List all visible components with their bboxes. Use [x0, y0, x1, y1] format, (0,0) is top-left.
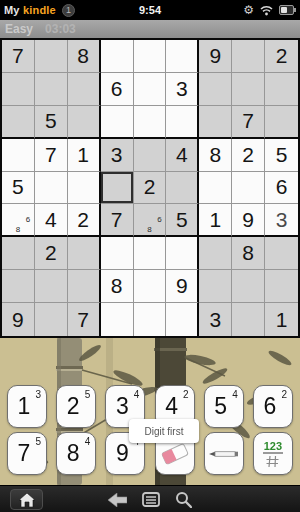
cell-r6c2[interactable]: 4 — [35, 204, 68, 237]
cell-r4c6[interactable]: 4 — [166, 139, 199, 172]
pencil-marks: 68 — [3, 205, 33, 234]
cell-r8c7[interactable] — [199, 270, 232, 303]
sudoku-app-screen: My kindle 1 9:54 ⚙ Easy 03:03 7892635771… — [0, 0, 300, 512]
cell-digit: 2 — [77, 208, 89, 232]
cell-r4c9[interactable]: 5 — [265, 139, 298, 172]
cell-r9c2[interactable] — [35, 303, 68, 336]
game-info-bar: Easy 03:03 — [0, 20, 300, 38]
cell-digit: 3 — [176, 77, 188, 101]
key-digit: 3 — [116, 393, 129, 420]
cell-r1c6[interactable] — [166, 40, 199, 73]
cell-r5c9[interactable]: 6 — [265, 172, 298, 205]
cell-r4c1[interactable] — [2, 139, 35, 172]
cell-digit: 4 — [45, 208, 57, 232]
cell-digit: 5 — [176, 208, 188, 232]
cell-r2c4[interactable]: 6 — [101, 73, 134, 106]
key-digit: 5 — [214, 393, 227, 420]
cell-r9c6[interactable] — [166, 303, 199, 336]
cell-r6c8[interactable]: 9 — [232, 204, 265, 237]
cell-r9c5[interactable] — [134, 303, 167, 336]
pencil-mode-button[interactable] — [204, 432, 244, 475]
wifi-icon — [260, 5, 273, 16]
cell-r1c2[interactable] — [35, 40, 68, 73]
cell-digit: 9 — [12, 308, 24, 332]
cell-digit: 3 — [111, 143, 123, 167]
sudoku-board: 7892635771348255266842768519328899731 — [0, 38, 300, 338]
cell-r8c5[interactable] — [134, 270, 167, 303]
difficulty-label: Easy — [5, 22, 33, 36]
digit-key-1[interactable]: 13 — [7, 385, 47, 428]
cell-r5c1[interactable]: 5 — [2, 172, 35, 205]
digit-count-badge: 5 — [85, 389, 91, 400]
cell-r2c9[interactable] — [265, 73, 298, 106]
key-digit: 9 — [116, 440, 129, 467]
cell-digit: 2 — [144, 175, 156, 199]
cell-r1c5[interactable] — [134, 40, 167, 73]
search-button[interactable] — [175, 491, 192, 508]
key-digit: 4 — [165, 393, 178, 420]
cell-digit: 8 — [111, 274, 123, 298]
cell-r5c6[interactable] — [166, 172, 199, 205]
device-name: My kindle — [4, 4, 56, 16]
cell-r3c5[interactable] — [134, 106, 167, 139]
status-bar: My kindle 1 9:54 ⚙ — [0, 0, 300, 20]
cell-r8c6[interactable]: 9 — [166, 270, 199, 303]
cell-digit: 1 — [77, 143, 89, 167]
cell-r7c1[interactable] — [2, 237, 35, 270]
digit-count-badge: 4 — [85, 436, 91, 447]
cell-r6c9[interactable]: 3 — [265, 204, 298, 237]
cell-digit: 7 — [242, 109, 254, 133]
cell-r2c2[interactable] — [35, 73, 68, 106]
cell-digit: 7 — [111, 208, 123, 232]
key-digit: 6 — [264, 393, 277, 420]
cell-r7c8[interactable]: 8 — [232, 237, 265, 270]
cell-r8c1[interactable] — [2, 270, 35, 303]
cell-r2c1[interactable] — [2, 73, 35, 106]
cell-digit: 4 — [176, 143, 188, 167]
key-digit: 8 — [67, 440, 80, 467]
pencil-marks: 68 — [135, 205, 165, 234]
digit-mode-label: 123 — [263, 440, 283, 454]
keypad-area: 132534425462 758494 123 — [0, 338, 300, 485]
digit-count-badge: 4 — [134, 389, 140, 400]
grid-mode-icon — [266, 456, 279, 467]
cell-r4c8[interactable]: 2 — [232, 139, 265, 172]
cell-r3c2[interactable]: 5 — [35, 106, 68, 139]
cell-r1c4[interactable] — [101, 40, 134, 73]
home-icon — [19, 493, 35, 507]
cell-r9c7[interactable]: 3 — [199, 303, 232, 336]
cell-digit: 5 — [12, 175, 24, 199]
cell-r4c5[interactable] — [134, 139, 167, 172]
back-button[interactable] — [108, 493, 127, 507]
digit-count-badge: 5 — [35, 436, 41, 447]
cell-r5c3[interactable] — [68, 172, 101, 205]
cell-r7c3[interactable] — [68, 237, 101, 270]
cell-r7c6[interactable] — [166, 237, 199, 270]
cell-r5c2[interactable] — [35, 172, 68, 205]
eraser-icon — [160, 441, 190, 467]
cell-r4c2[interactable]: 7 — [35, 139, 68, 172]
cell-r2c5[interactable] — [134, 73, 167, 106]
battery-icon — [279, 5, 296, 15]
cell-digit: 5 — [45, 109, 57, 133]
cell-r5c8[interactable] — [232, 172, 265, 205]
cell-r7c7[interactable] — [199, 237, 232, 270]
cell-r2c3[interactable] — [68, 73, 101, 106]
cell-digit: 8 — [209, 143, 221, 167]
cell-r8c3[interactable] — [68, 270, 101, 303]
digit-first-tooltip: Digit first — [129, 419, 199, 443]
cell-r2c7[interactable] — [199, 73, 232, 106]
cell-digit: 1 — [209, 208, 221, 232]
cell-r3c3[interactable] — [68, 106, 101, 139]
notification-badge[interactable]: 1 — [62, 4, 75, 17]
cell-r6c7[interactable]: 1 — [199, 204, 232, 237]
cell-r7c2[interactable]: 2 — [35, 237, 68, 270]
cell-r4c7[interactable]: 8 — [199, 139, 232, 172]
cell-r3c1[interactable] — [2, 106, 35, 139]
digit-count-badge: 3 — [35, 389, 41, 400]
digit-key-2[interactable]: 25 — [56, 385, 96, 428]
cell-r9c4[interactable] — [101, 303, 134, 336]
cell-digit: 9 — [176, 274, 188, 298]
cell-r8c4[interactable]: 8 — [101, 270, 134, 303]
cell-r4c3[interactable]: 1 — [68, 139, 101, 172]
cell-r5c7[interactable] — [199, 172, 232, 205]
digit-count-badge: 2 — [281, 389, 287, 400]
cell-r5c4[interactable] — [101, 172, 134, 205]
cell-r6c5[interactable]: 68 — [134, 204, 167, 237]
cell-r1c8[interactable] — [232, 40, 265, 73]
pencil-icon — [208, 449, 240, 459]
digit-count-badge: 2 — [183, 389, 189, 400]
cell-digit: 9 — [209, 44, 221, 68]
cell-digit: 1 — [276, 308, 288, 332]
cell-r1c1[interactable]: 7 — [2, 40, 35, 73]
cell-digit: 7 — [77, 308, 89, 332]
key-digit: 2 — [67, 393, 80, 420]
cell-r8c8[interactable] — [232, 270, 265, 303]
cell-digit: 3 — [276, 208, 288, 232]
cell-r3c4[interactable] — [101, 106, 134, 139]
cell-r4c4[interactable]: 3 — [101, 139, 134, 172]
cell-r6c6[interactable]: 5 — [166, 204, 199, 237]
cell-r9c3[interactable]: 7 — [68, 303, 101, 336]
cell-r6c4[interactable]: 7 — [101, 204, 134, 237]
cell-r9c8[interactable] — [232, 303, 265, 336]
cell-digit: 5 — [276, 143, 288, 167]
cell-r3c8[interactable]: 7 — [232, 106, 265, 139]
nav-bar — [0, 485, 300, 512]
clock: 9:54 — [139, 4, 161, 16]
home-button[interactable] — [10, 489, 43, 510]
cell-digit: 8 — [77, 44, 89, 68]
cell-digit: 7 — [45, 143, 57, 167]
digit-key-8[interactable]: 84 — [56, 432, 96, 475]
timer: 03:03 — [45, 22, 76, 36]
cell-r2c8[interactable] — [232, 73, 265, 106]
cell-r3c6[interactable] — [166, 106, 199, 139]
key-digit: 7 — [18, 440, 31, 467]
cell-digit: 6 — [276, 175, 288, 199]
cell-digit: 9 — [242, 208, 254, 232]
cell-r1c7[interactable]: 9 — [199, 40, 232, 73]
digit-key-5[interactable]: 54 — [204, 385, 244, 428]
digit-count-badge: 4 — [232, 389, 238, 400]
cell-r7c5[interactable] — [134, 237, 167, 270]
cell-digit: 7 — [12, 44, 24, 68]
digit-key-6[interactable]: 62 — [253, 385, 293, 428]
cell-r5c5[interactable]: 2 — [134, 172, 167, 205]
cell-r1c3[interactable]: 8 — [68, 40, 101, 73]
cell-r6c1[interactable]: 68 — [2, 204, 35, 237]
cell-r9c9[interactable]: 1 — [265, 303, 298, 336]
cell-r9c1[interactable]: 9 — [2, 303, 35, 336]
cell-r2c6[interactable]: 3 — [166, 73, 199, 106]
cell-r6c3[interactable]: 2 — [68, 204, 101, 237]
cell-r8c2[interactable] — [35, 270, 68, 303]
input-mode-toggle-button[interactable]: 123 — [253, 432, 293, 475]
menu-button[interactable] — [142, 492, 160, 507]
cell-r7c9[interactable] — [265, 237, 298, 270]
digit-key-7[interactable]: 75 — [7, 432, 47, 475]
key-digit: 1 — [18, 393, 31, 420]
cell-r3c9[interactable] — [265, 106, 298, 139]
cell-digit: 6 — [111, 77, 123, 101]
cell-digit: 2 — [276, 44, 288, 68]
cell-r3c7[interactable] — [199, 106, 232, 139]
cell-digit: 2 — [45, 241, 57, 265]
cell-digit: 2 — [242, 143, 254, 167]
cell-r7c4[interactable] — [101, 237, 134, 270]
settings-gear-icon[interactable]: ⚙ — [243, 4, 254, 16]
cell-digit: 8 — [242, 241, 254, 265]
cell-r1c9[interactable]: 2 — [265, 40, 298, 73]
cell-r8c9[interactable] — [265, 270, 298, 303]
cell-digit: 3 — [209, 308, 221, 332]
